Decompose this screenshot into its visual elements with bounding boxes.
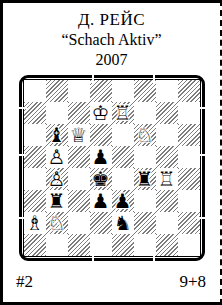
square-h3 bbox=[178, 190, 200, 212]
square-h7 bbox=[178, 102, 200, 124]
piece-wK-d7: ♔ bbox=[90, 102, 112, 124]
square-h1 bbox=[178, 234, 200, 256]
square-f5 bbox=[134, 146, 156, 168]
square-h2 bbox=[178, 212, 200, 234]
square-f3 bbox=[134, 190, 156, 212]
square-d8 bbox=[90, 80, 112, 102]
square-a1 bbox=[24, 234, 46, 256]
square-g5 bbox=[156, 146, 178, 168]
problem-header: Д. РЕЙС “Schach Aktiv” 2007 bbox=[3, 3, 220, 70]
square-b6: ♝ bbox=[46, 124, 68, 146]
square-b3: ♜ bbox=[46, 190, 68, 212]
square-c3 bbox=[68, 190, 90, 212]
piece-bP-d5: ♟ bbox=[90, 146, 112, 168]
square-c7 bbox=[68, 102, 90, 124]
square-d4: ♚ bbox=[90, 168, 112, 190]
square-e3: ♟ bbox=[112, 190, 134, 212]
piece-wR-e7: ♖ bbox=[112, 102, 134, 124]
chess-board: ♔♖♝♕♘♙♟♙♚♜♖♜♟♟♗♘♞ bbox=[24, 80, 200, 256]
square-e2: ♞ bbox=[112, 212, 134, 234]
square-b7 bbox=[46, 102, 68, 124]
author-name: Д. РЕЙС bbox=[3, 9, 220, 30]
piece-bR-f4: ♜ bbox=[134, 168, 156, 190]
piece-bP-d3: ♟ bbox=[90, 190, 112, 212]
piece-wB-a2: ♗ bbox=[24, 212, 46, 234]
square-e1 bbox=[112, 234, 134, 256]
square-c6: ♕ bbox=[68, 124, 90, 146]
square-f6: ♘ bbox=[134, 124, 156, 146]
square-g7 bbox=[156, 102, 178, 124]
frame-tick bbox=[197, 217, 205, 219]
square-h4 bbox=[178, 168, 200, 190]
problem-footer: #2 9+8 bbox=[3, 272, 220, 296]
square-a7 bbox=[24, 102, 46, 124]
square-d7: ♔ bbox=[90, 102, 112, 124]
square-e7: ♖ bbox=[112, 102, 134, 124]
square-b5: ♙ bbox=[46, 146, 68, 168]
frame-tick bbox=[92, 75, 94, 83]
square-g6 bbox=[156, 124, 178, 146]
piece-bB-b6: ♝ bbox=[46, 124, 68, 146]
square-a8 bbox=[24, 80, 46, 102]
square-f7 bbox=[134, 102, 156, 124]
source-title: “Schach Aktiv” bbox=[3, 30, 220, 50]
piece-wN-b2: ♘ bbox=[46, 212, 68, 234]
frame-tick bbox=[19, 154, 27, 156]
piece-wQ-c6: ♕ bbox=[68, 124, 90, 146]
square-d5: ♟ bbox=[90, 146, 112, 168]
frame-tick bbox=[197, 154, 205, 156]
square-b4: ♙ bbox=[46, 168, 68, 190]
square-g1 bbox=[156, 234, 178, 256]
square-g3 bbox=[156, 190, 178, 212]
square-a2: ♗ bbox=[24, 212, 46, 234]
square-c1 bbox=[68, 234, 90, 256]
square-c4 bbox=[68, 168, 90, 190]
square-a4 bbox=[24, 168, 46, 190]
piece-bR-b3: ♜ bbox=[46, 190, 68, 212]
square-a5 bbox=[24, 146, 46, 168]
square-b1 bbox=[46, 234, 68, 256]
square-e6 bbox=[112, 124, 134, 146]
stipulation-mate-in-2: #2 bbox=[16, 272, 33, 292]
square-a6 bbox=[24, 124, 46, 146]
piece-wN-f6: ♘ bbox=[134, 124, 156, 146]
frame-tick bbox=[19, 217, 27, 219]
problem-card: Д. РЕЙС “Schach Aktiv” 2007 ♔♖♝♕♘♙♟♙♚♜♖♜… bbox=[0, 0, 222, 305]
square-h6 bbox=[178, 124, 200, 146]
square-d6 bbox=[90, 124, 112, 146]
piece-wR-g4: ♖ bbox=[156, 168, 178, 190]
square-b2: ♘ bbox=[46, 212, 68, 234]
square-f4: ♜ bbox=[134, 168, 156, 190]
square-c2 bbox=[68, 212, 90, 234]
square-h8 bbox=[178, 80, 200, 102]
square-d3: ♟ bbox=[90, 190, 112, 212]
square-a3 bbox=[24, 190, 46, 212]
frame-tick bbox=[153, 253, 155, 261]
piece-wP-b5: ♙ bbox=[46, 146, 68, 168]
frame-tick bbox=[197, 107, 205, 109]
board-inner-border: ♔♖♝♕♘♙♟♙♚♜♖♜♟♟♗♘♞ bbox=[23, 79, 201, 257]
source-year: 2007 bbox=[3, 50, 220, 70]
board-frame: ♔♖♝♕♘♙♟♙♚♜♖♜♟♟♗♘♞ bbox=[19, 75, 205, 261]
square-e5 bbox=[112, 146, 134, 168]
frame-tick bbox=[153, 75, 155, 83]
piece-bP-e3: ♟ bbox=[112, 190, 134, 212]
frame-tick bbox=[19, 107, 27, 109]
square-c8 bbox=[68, 80, 90, 102]
square-g2 bbox=[156, 212, 178, 234]
frame-tick bbox=[92, 253, 94, 261]
square-c5 bbox=[68, 146, 90, 168]
square-f8 bbox=[134, 80, 156, 102]
piece-bK-d4: ♚ bbox=[90, 168, 112, 190]
material-count: 9+8 bbox=[179, 272, 206, 292]
square-g8 bbox=[156, 80, 178, 102]
square-h5 bbox=[178, 146, 200, 168]
square-f2 bbox=[134, 212, 156, 234]
piece-bN-e2: ♞ bbox=[112, 212, 134, 234]
square-g4: ♖ bbox=[156, 168, 178, 190]
square-b8 bbox=[46, 80, 68, 102]
square-e8 bbox=[112, 80, 134, 102]
square-e4 bbox=[112, 168, 134, 190]
piece-wP-b4: ♙ bbox=[46, 168, 68, 190]
square-d2 bbox=[90, 212, 112, 234]
